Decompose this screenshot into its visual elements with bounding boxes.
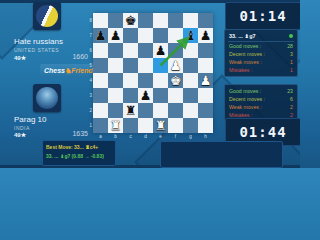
rank-label-6: 6 <box>86 43 92 58</box>
mistakes-value: 1 <box>290 66 293 74</box>
bottom-player-analysis-panel: Good moves :23 Decent moves :6 Weak move… <box>224 84 298 122</box>
square-a4[interactable] <box>93 73 108 88</box>
square-h7[interactable]: ♟ <box>198 28 213 43</box>
square-f2[interactable] <box>168 103 183 118</box>
square-a3[interactable] <box>93 88 108 103</box>
decent-moves-value: 3 <box>290 50 293 58</box>
good-move-dot-icon <box>289 34 293 38</box>
square-g6[interactable] <box>183 43 198 58</box>
rank-label-2: 2 <box>86 103 92 118</box>
white-rook[interactable]: ♜ <box>108 118 123 133</box>
square-g4[interactable] <box>183 73 198 88</box>
good-moves-value: 23 <box>287 87 293 95</box>
rank-label-8: 8 <box>86 13 92 28</box>
square-g1[interactable] <box>183 118 198 133</box>
good-moves-value: 28 <box>287 42 293 50</box>
square-g8[interactable] <box>183 13 198 28</box>
square-d8[interactable] <box>138 13 153 28</box>
square-h1[interactable] <box>198 118 213 133</box>
square-g5[interactable] <box>183 58 198 73</box>
square-b3[interactable] <box>108 88 123 103</box>
bottom-player-avatar-panel <box>33 84 61 112</box>
move-list-panel <box>160 141 283 168</box>
file-label-d: d <box>138 134 153 140</box>
square-h5[interactable] <box>198 58 213 73</box>
bottom-player-rating: 1635 <box>58 130 88 137</box>
bottom-player-name: Parag 10 <box>14 115 46 124</box>
square-b4[interactable] <box>108 73 123 88</box>
last-move-label: 33. ... ♝g7 <box>229 33 256 39</box>
black-king[interactable]: ♚ <box>123 13 138 28</box>
top-player-clock-panel: 01:14 <box>225 2 300 30</box>
weak-moves-value: 1 <box>290 58 293 66</box>
black-pawn[interactable]: ♟ <box>153 43 168 58</box>
square-b7[interactable]: ♟ <box>108 28 123 43</box>
square-e4[interactable] <box>153 73 168 88</box>
top-player-avatar <box>36 5 58 27</box>
square-c1[interactable] <box>123 118 138 133</box>
square-c7[interactable] <box>123 28 138 43</box>
top-player-analysis-panel: 33. ... ♝g7 Good moves :28 Decent moves … <box>224 29 298 77</box>
top-player-stars: 49★ <box>14 54 26 61</box>
chess-board[interactable]: ♚♟♟♝♟♟♟♚♟♟♜♜♜ <box>93 13 213 133</box>
bottom-player-avatar <box>36 87 58 109</box>
top-player-name: Hate russians <box>14 37 63 46</box>
square-e1[interactable]: ♜ <box>153 118 168 133</box>
square-c4[interactable] <box>123 73 138 88</box>
bottom-player-clock: 01:44 <box>239 124 286 140</box>
mistakes-label: Mistakes : <box>229 66 252 74</box>
square-b1[interactable]: ♜ <box>108 118 123 133</box>
good-moves-label: Good moves : <box>229 42 261 50</box>
square-e7[interactable] <box>153 28 168 43</box>
square-h2[interactable] <box>198 103 213 118</box>
square-c8[interactable]: ♚ <box>123 13 138 28</box>
square-h6[interactable] <box>198 43 213 58</box>
square-h4[interactable]: ♟ <box>198 73 213 88</box>
square-d1[interactable] <box>138 118 153 133</box>
black-pawn[interactable]: ♟ <box>93 28 108 43</box>
square-b8[interactable] <box>108 13 123 28</box>
square-h8[interactable] <box>198 13 213 28</box>
square-c5[interactable] <box>123 58 138 73</box>
square-d3[interactable]: ♟ <box>138 88 153 103</box>
weak-moves-label: Weak moves : <box>229 58 262 66</box>
square-f4[interactable]: ♚ <box>168 73 183 88</box>
square-d7[interactable] <box>138 28 153 43</box>
best-move-text: Best Move: 33... ♜c4+ <box>46 143 112 152</box>
rank-labels: 87654321 <box>86 13 92 133</box>
square-d6[interactable] <box>138 43 153 58</box>
file-label-g: g <box>183 134 198 140</box>
white-pawn[interactable]: ♟ <box>198 73 213 88</box>
played-move-eval-text: 33. ... ♝g7 (0.88 → -0.83) <box>46 152 112 161</box>
file-label-c: c <box>123 134 138 140</box>
square-c3[interactable] <box>123 88 138 103</box>
weak-moves-value: 2 <box>290 103 293 111</box>
top-player-clock: 01:14 <box>239 8 286 24</box>
square-a8[interactable] <box>93 13 108 28</box>
square-a6[interactable] <box>93 43 108 58</box>
decent-moves-label: Decent moves : <box>229 95 265 103</box>
square-e8[interactable] <box>153 13 168 28</box>
best-move-box: Best Move: 33... ♜c4+ 33. ... ♝g7 (0.88 … <box>42 140 116 166</box>
black-pawn[interactable]: ♟ <box>108 28 123 43</box>
rank-label-1: 1 <box>86 118 92 133</box>
square-c2[interactable]: ♜ <box>123 103 138 118</box>
black-bishop[interactable]: ♝ <box>183 28 198 43</box>
top-player-rating: 1660 <box>58 53 88 60</box>
square-e5[interactable] <box>153 58 168 73</box>
top-player-country: UNITED STATES <box>14 47 59 53</box>
file-label-h: h <box>198 134 213 140</box>
white-rook[interactable]: ♜ <box>153 118 168 133</box>
square-a1[interactable] <box>93 118 108 133</box>
bottom-player-stars: 49★ <box>14 131 26 138</box>
square-e2[interactable] <box>153 103 168 118</box>
square-a7[interactable]: ♟ <box>93 28 108 43</box>
square-b2[interactable] <box>108 103 123 118</box>
square-e6[interactable]: ♟ <box>153 43 168 58</box>
square-d4[interactable] <box>138 73 153 88</box>
square-f6[interactable] <box>168 43 183 58</box>
square-f7[interactable] <box>168 28 183 43</box>
black-pawn[interactable]: ♟ <box>138 88 153 103</box>
top-player-avatar-panel <box>33 2 61 30</box>
square-g3[interactable] <box>183 88 198 103</box>
rank-label-4: 4 <box>86 73 92 88</box>
square-d5[interactable] <box>138 58 153 73</box>
square-f8[interactable] <box>168 13 183 28</box>
decent-moves-value: 6 <box>290 95 293 103</box>
weak-moves-label: Weak moves : <box>229 103 262 111</box>
square-f1[interactable] <box>168 118 183 133</box>
black-rook[interactable]: ♜ <box>123 103 138 118</box>
logo-chess-text: Chess <box>44 67 65 74</box>
square-e3[interactable] <box>153 88 168 103</box>
decent-moves-label: Decent moves : <box>229 50 265 58</box>
white-king[interactable]: ♚ <box>168 73 183 88</box>
square-a2[interactable] <box>93 103 108 118</box>
black-pawn[interactable]: ♟ <box>198 28 213 43</box>
square-c6[interactable] <box>123 43 138 58</box>
white-pawn[interactable]: ♟ <box>168 58 183 73</box>
square-b5[interactable] <box>108 58 123 73</box>
rank-label-3: 3 <box>86 88 92 103</box>
rank-label-7: 7 <box>86 28 92 43</box>
good-moves-label: Good moves : <box>229 87 261 95</box>
square-f5[interactable]: ♟ <box>168 58 183 73</box>
square-a5[interactable] <box>93 58 108 73</box>
rank-label-5: 5 <box>86 58 92 73</box>
file-label-e: e <box>153 134 168 140</box>
file-label-f: f <box>168 134 183 140</box>
square-d2[interactable] <box>138 103 153 118</box>
square-g7[interactable]: ♝ <box>183 28 198 43</box>
square-b6[interactable] <box>108 43 123 58</box>
square-f3[interactable] <box>168 88 183 103</box>
square-h3[interactable] <box>198 88 213 103</box>
square-g2[interactable] <box>183 103 198 118</box>
